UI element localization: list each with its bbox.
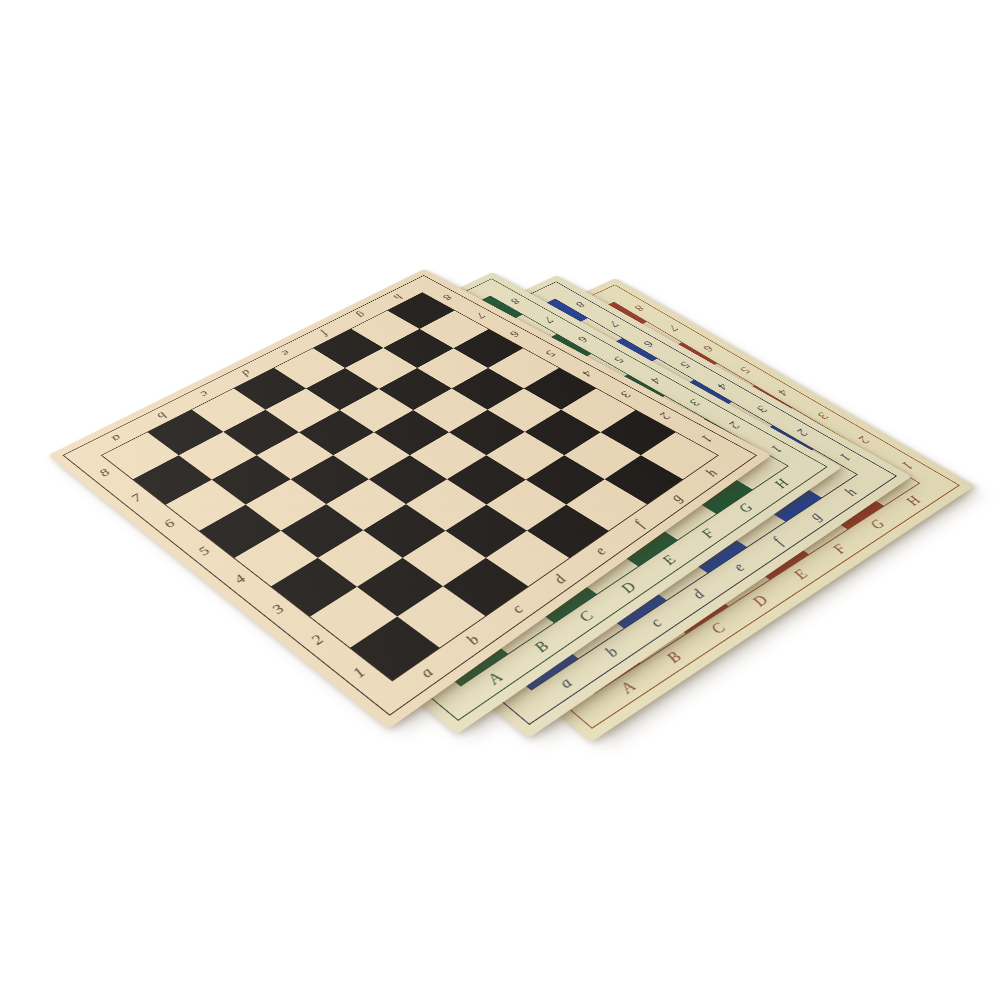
table-surface: ABCDEFGHABCDEFGH8765432187654321abcdefgh… (0, 232, 1000, 924)
scene: ABCDEFGHABCDEFGH8765432187654321abcdefgh… (0, 0, 1000, 1000)
product-photo-stage: ABCDEFGHABCDEFGH8765432187654321abcdefgh… (0, 0, 1000, 1000)
